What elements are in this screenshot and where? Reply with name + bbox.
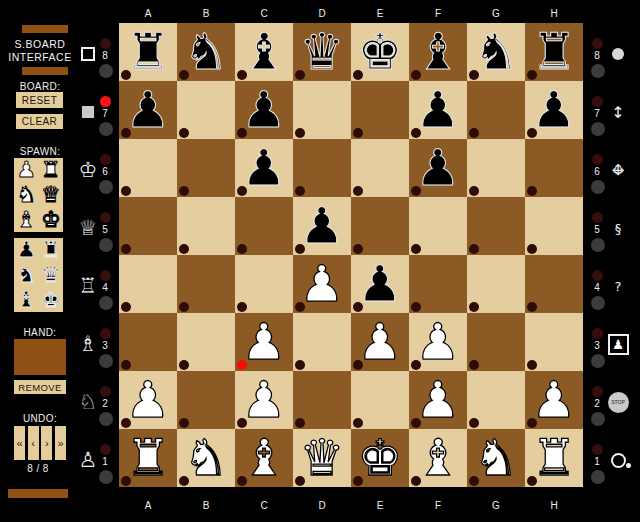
black-pawn-e4[interactable]: ♟ xyxy=(351,255,409,313)
right-led-gray-rank8 xyxy=(591,64,605,78)
white-queen-icon[interactable]: ♕ xyxy=(76,215,100,241)
right-led-red-rank7 xyxy=(592,96,603,107)
left-led-red-rank4 xyxy=(100,270,111,281)
left-led-gray-rank2 xyxy=(99,412,113,426)
sboard-app: { "game": "chess", "position": "rnbqkbnr… xyxy=(0,0,640,522)
filled-square-glyph xyxy=(82,106,94,118)
square-dot-g6 xyxy=(469,186,479,196)
square-b6[interactable] xyxy=(177,139,235,197)
spawn-section-label: SPAWN: xyxy=(2,146,78,157)
right-led-red-rank5 xyxy=(592,212,603,223)
spawn-white-rook[interactable]: ♜ xyxy=(39,158,64,183)
rank-label-left-8: 8 xyxy=(99,50,111,62)
file-label-top-b: B xyxy=(177,8,235,19)
square-e3[interactable]: ♟ xyxy=(351,313,409,371)
file-label-top-c: C xyxy=(235,8,293,19)
white-rook-a1[interactable]: ♜ xyxy=(119,429,177,487)
square-c4[interactable] xyxy=(235,255,293,313)
undo-back-button[interactable]: ‹ xyxy=(28,426,39,460)
right-led-gray-rank2 xyxy=(591,412,605,426)
spawn-white-king[interactable]: ♚ xyxy=(39,207,64,232)
spawn-white-knight[interactable]: ♞ xyxy=(14,183,39,208)
square-e1[interactable]: ♚ xyxy=(351,429,409,487)
square-dot-d2 xyxy=(295,418,305,428)
right-led-gray-rank3 xyxy=(591,354,605,368)
square-dot-d7 xyxy=(295,128,305,138)
white-pawn-f3[interactable]: ♟ xyxy=(409,313,467,371)
rank-label-right-6: 6 xyxy=(591,166,603,178)
black-rook-h8[interactable]: ♜ xyxy=(525,23,583,81)
spawn-white-pawn[interactable]: ♟ xyxy=(14,158,39,183)
redo-last-button[interactable]: » xyxy=(55,426,66,460)
square-g8[interactable]: ♞ xyxy=(467,23,525,81)
square-dot-b5 xyxy=(179,244,189,254)
empty-square-icon[interactable] xyxy=(76,41,100,67)
white-pawn-a2[interactable]: ♟ xyxy=(119,371,177,429)
panel-bottom-divider xyxy=(8,489,68,498)
circle-outline-dot xyxy=(626,463,631,468)
spawn-black-knight[interactable]: ♞ xyxy=(14,263,39,288)
square-h4[interactable] xyxy=(525,255,583,313)
square-d1[interactable]: ♛ xyxy=(293,429,351,487)
black-pawn-f7[interactable]: ♟ xyxy=(409,81,467,139)
left-led-red-rank5 xyxy=(100,212,111,223)
square-dot-e2 xyxy=(353,418,363,428)
black-knight-g8[interactable]: ♞ xyxy=(467,23,525,81)
filled-square-icon[interactable] xyxy=(76,99,100,125)
square-f4[interactable] xyxy=(409,255,467,313)
white-bishop-icon[interactable]: ♗ xyxy=(76,331,100,357)
left-led-red-rank7-active xyxy=(100,96,111,107)
square-dot-g4 xyxy=(469,302,479,312)
square-f2[interactable]: ♟ xyxy=(409,371,467,429)
white-king-glyph: ♚ xyxy=(41,209,61,231)
square-dot-b4 xyxy=(179,302,189,312)
square-e6[interactable] xyxy=(351,139,409,197)
rank-label-right-5: 5 xyxy=(591,224,603,236)
square-g2[interactable] xyxy=(467,371,525,429)
square-d2[interactable] xyxy=(293,371,351,429)
rank-label-left-7: 7 xyxy=(99,108,111,120)
square-dot-h3 xyxy=(527,360,537,370)
pawn-in-square-glyph: ♟ xyxy=(608,334,629,355)
up-down-arrow-icon[interactable]: ↕ xyxy=(604,99,632,125)
square-dot-b3 xyxy=(179,360,189,370)
square-h8[interactable]: ♜ xyxy=(525,23,583,81)
file-label-bottom-b: B xyxy=(177,500,235,511)
black-king-glyph: ♚ xyxy=(41,289,61,311)
square-d5[interactable]: ♟ xyxy=(293,197,351,255)
question-mark-icon[interactable]: ? xyxy=(604,273,632,299)
board-section-label: BOARD: xyxy=(2,81,78,92)
black-queen-glyph: ♛ xyxy=(41,264,61,286)
black-knight-b8[interactable]: ♞ xyxy=(177,23,235,81)
file-label-bottom-g: G xyxy=(467,500,525,511)
square-e8[interactable]: ♚ xyxy=(351,23,409,81)
remove-button[interactable]: REMOVE xyxy=(14,380,66,394)
spawn-white-bishop[interactable]: ♝ xyxy=(14,207,39,232)
square-d8[interactable]: ♛ xyxy=(293,23,351,81)
hand-section-label: HAND: xyxy=(2,327,78,338)
square-c6[interactable]: ♟ xyxy=(235,139,293,197)
file-label-bottom-h: H xyxy=(525,500,583,511)
square-dot-a6 xyxy=(121,186,131,196)
rank-label-left-6: 6 xyxy=(99,166,111,178)
square-g1[interactable]: ♞ xyxy=(467,429,525,487)
square-e7[interactable] xyxy=(351,81,409,139)
rank-label-right-8: 8 xyxy=(591,50,603,62)
undo-controls: «‹›» xyxy=(14,426,66,460)
left-led-gray-rank4 xyxy=(99,296,113,310)
left-led-gray-rank3 xyxy=(99,354,113,368)
panel-top-divider xyxy=(22,25,68,33)
right-led-gray-rank5 xyxy=(591,238,605,252)
square-dot-h5 xyxy=(527,244,537,254)
square-dot-e6 xyxy=(353,186,363,196)
square-b1[interactable]: ♞ xyxy=(177,429,235,487)
square-dot-g5 xyxy=(469,244,479,254)
rank-label-right-4: 4 xyxy=(591,282,603,294)
square-dot-h6 xyxy=(527,186,537,196)
white-king-e1[interactable]: ♚ xyxy=(351,429,409,487)
rank-label-left-1: 1 xyxy=(99,456,111,468)
square-f5[interactable] xyxy=(409,197,467,255)
white-bishop-c1[interactable]: ♝ xyxy=(235,429,293,487)
file-label-top-e: E xyxy=(351,8,409,19)
square-g7[interactable] xyxy=(467,81,525,139)
square-a7[interactable]: ♟ xyxy=(119,81,177,139)
white-pawn-d4[interactable]: ♟ xyxy=(293,255,351,313)
square-a8[interactable]: ♜ xyxy=(119,23,177,81)
square-d6[interactable] xyxy=(293,139,351,197)
black-rook-a8[interactable]: ♜ xyxy=(119,23,177,81)
square-dot-e7 xyxy=(353,128,363,138)
white-queen-d1[interactable]: ♛ xyxy=(293,429,351,487)
white-pawn-f2[interactable]: ♟ xyxy=(409,371,467,429)
square-f1[interactable]: ♝ xyxy=(409,429,467,487)
square-g4[interactable] xyxy=(467,255,525,313)
stop-button[interactable]: STOP xyxy=(604,389,632,415)
square-dot-g2 xyxy=(469,418,479,428)
square-c3[interactable]: ♟ xyxy=(235,313,293,371)
square-a2[interactable]: ♟ xyxy=(119,371,177,429)
right-led-red-rank8 xyxy=(592,38,603,49)
left-led-gray-rank5 xyxy=(99,238,113,252)
left-led-red-rank8 xyxy=(100,38,111,49)
square-h2[interactable]: ♟ xyxy=(525,371,583,429)
square-dot-h4 xyxy=(527,302,537,312)
black-pawn-h7[interactable]: ♟ xyxy=(525,81,583,139)
left-led-red-rank1 xyxy=(100,444,111,455)
hand-slot[interactable] xyxy=(14,339,66,375)
square-c1[interactable]: ♝ xyxy=(235,429,293,487)
spawn-black-rook[interactable]: ♜ xyxy=(39,238,64,263)
file-label-bottom-d: D xyxy=(293,500,351,511)
square-b2[interactable] xyxy=(177,371,235,429)
file-label-top-a: A xyxy=(119,8,177,19)
undo-first-button[interactable]: « xyxy=(14,426,25,460)
rank-label-right-7: 7 xyxy=(591,108,603,120)
square-g6[interactable] xyxy=(467,139,525,197)
right-led-gray-rank7 xyxy=(591,122,605,136)
four-way-arrow-icon[interactable]: ↔↕ xyxy=(604,157,632,183)
square-a1[interactable]: ♜ xyxy=(119,429,177,487)
spawn-black-king[interactable]: ♚ xyxy=(39,287,64,312)
square-dot-f4 xyxy=(411,302,421,312)
black-pawn-a7[interactable]: ♟ xyxy=(119,81,177,139)
square-dot-f5 xyxy=(411,244,421,254)
right-led-red-rank6 xyxy=(592,154,603,165)
black-bishop-f8[interactable]: ♝ xyxy=(409,23,467,81)
black-pawn-d5[interactable]: ♟ xyxy=(293,197,351,255)
rank-label-left-4: 4 xyxy=(99,282,111,294)
white-knight-icon[interactable]: ♘ xyxy=(76,389,100,415)
square-a4[interactable] xyxy=(119,255,177,313)
square-dot-b7 xyxy=(179,128,189,138)
square-e4[interactable]: ♟ xyxy=(351,255,409,313)
square-f3[interactable]: ♟ xyxy=(409,313,467,371)
right-led-red-rank4 xyxy=(592,270,603,281)
white-knight-b1[interactable]: ♞ xyxy=(177,429,235,487)
black-bishop-c8[interactable]: ♝ xyxy=(235,23,293,81)
square-a3[interactable] xyxy=(119,313,177,371)
square-dot-a3 xyxy=(121,360,131,370)
circle-outline-glyph xyxy=(611,453,626,468)
square-f8[interactable]: ♝ xyxy=(409,23,467,81)
file-label-bottom-e: E xyxy=(351,500,409,511)
square-d7[interactable] xyxy=(293,81,351,139)
section-sign-icon[interactable]: § xyxy=(604,215,632,241)
left-led-gray-rank1 xyxy=(99,470,113,484)
right-led-gray-rank6 xyxy=(591,180,605,194)
square-f7[interactable]: ♟ xyxy=(409,81,467,139)
left-led-gray-rank6 xyxy=(99,180,113,194)
file-label-top-d: D xyxy=(293,8,351,19)
spawn-black-pawn[interactable]: ♟ xyxy=(14,238,39,263)
square-c5[interactable] xyxy=(235,197,293,255)
file-label-top-g: G xyxy=(467,8,525,19)
square-b8[interactable]: ♞ xyxy=(177,23,235,81)
white-pawn-c2[interactable]: ♟ xyxy=(235,371,293,429)
white-knight-g1[interactable]: ♞ xyxy=(467,429,525,487)
right-led-gray-rank4 xyxy=(591,296,605,310)
white-pawn-h2[interactable]: ♟ xyxy=(525,371,583,429)
square-d4[interactable]: ♟ xyxy=(293,255,351,313)
rank-label-left-3: 3 xyxy=(99,340,111,352)
rank-label-left-5: 5 xyxy=(99,224,111,236)
black-knight-glyph: ♞ xyxy=(16,264,36,286)
square-e2[interactable] xyxy=(351,371,409,429)
square-f6[interactable]: ♟ xyxy=(409,139,467,197)
white-pawn-glyph: ♟ xyxy=(16,159,36,181)
square-g5[interactable] xyxy=(467,197,525,255)
spawn-white-queen[interactable]: ♛ xyxy=(39,183,64,208)
right-led-gray-rank1 xyxy=(591,470,605,484)
square-h3[interactable] xyxy=(525,313,583,371)
file-label-bottom-c: C xyxy=(235,500,293,511)
file-label-top-f: F xyxy=(409,8,467,19)
white-pawn-c3[interactable]: ♟ xyxy=(235,313,293,371)
square-b4[interactable] xyxy=(177,255,235,313)
square-d3[interactable] xyxy=(293,313,351,371)
square-dot-g7 xyxy=(469,128,479,138)
rank-label-right-1: 1 xyxy=(591,456,603,468)
left-led-gray-rank7 xyxy=(99,122,113,136)
filled-circle-glyph xyxy=(612,48,624,60)
square-g3[interactable] xyxy=(467,313,525,371)
left-led-red-rank3 xyxy=(100,328,111,339)
file-label-top-h: H xyxy=(525,8,583,19)
square-dot-e5 xyxy=(353,244,363,254)
square-c8[interactable]: ♝ xyxy=(235,23,293,81)
right-led-red-rank2 xyxy=(592,386,603,397)
left-led-red-rank6 xyxy=(100,154,111,165)
square-a6[interactable] xyxy=(119,139,177,197)
redo-forward-button[interactable]: › xyxy=(41,426,52,460)
black-king-e8[interactable]: ♚ xyxy=(351,23,409,81)
rank-label-right-2: 2 xyxy=(591,398,603,410)
square-dot-d6 xyxy=(295,186,305,196)
spawn-palette-white: ♟♜♞♛♝♚ xyxy=(14,158,63,232)
square-h1[interactable]: ♜ xyxy=(525,429,583,487)
spawn-black-queen[interactable]: ♛ xyxy=(39,263,64,288)
square-h6[interactable] xyxy=(525,139,583,197)
reset-button[interactable]: RESET xyxy=(16,92,63,108)
white-rook-h1[interactable]: ♜ xyxy=(525,429,583,487)
right-led-red-rank3 xyxy=(592,328,603,339)
stop-button-glyph: STOP xyxy=(608,392,629,413)
square-dot-a5 xyxy=(121,244,131,254)
square-dot-g3 xyxy=(469,360,479,370)
rank-label-right-3: 3 xyxy=(591,340,603,352)
square-e5[interactable] xyxy=(351,197,409,255)
black-pawn-glyph: ♟ xyxy=(16,239,36,261)
clear-button[interactable]: CLEAR xyxy=(16,114,63,129)
square-dot-b6 xyxy=(179,186,189,196)
black-pawn-f6[interactable]: ♟ xyxy=(409,139,467,197)
white-bishop-glyph: ♝ xyxy=(16,209,36,231)
white-knight-glyph: ♞ xyxy=(16,184,36,206)
chess-board: ♜♞♝♛♚♝♞♜♟♟♟♟♟♟♟♟♟♟♟♟♟♟♟♟♜♞♝♛♚♝♞♜ xyxy=(119,23,583,487)
left-led-red-rank2 xyxy=(100,386,111,397)
right-led-red-rank1 xyxy=(592,444,603,455)
square-h5[interactable] xyxy=(525,197,583,255)
filled-circle-icon[interactable] xyxy=(604,41,632,67)
square-dot-d3 xyxy=(295,360,305,370)
square-c2[interactable]: ♟ xyxy=(235,371,293,429)
app-title-line1: S.BOARD xyxy=(2,38,78,51)
black-bishop-glyph: ♝ xyxy=(16,289,36,311)
white-rook-icon[interactable]: ♖ xyxy=(76,273,100,299)
white-pawn-icon[interactable]: ♙ xyxy=(76,447,100,473)
square-b3[interactable] xyxy=(177,313,235,371)
spawn-black-bishop[interactable]: ♝ xyxy=(14,287,39,312)
square-b7[interactable] xyxy=(177,81,235,139)
undo-counter: 8 / 8 xyxy=(2,463,74,474)
black-pawn-c6[interactable]: ♟ xyxy=(235,139,293,197)
white-bishop-f1[interactable]: ♝ xyxy=(409,429,467,487)
file-label-bottom-f: F xyxy=(409,500,467,511)
black-queen-d8[interactable]: ♛ xyxy=(293,23,351,81)
panel-title-divider xyxy=(22,67,68,75)
empty-square-glyph xyxy=(81,47,95,61)
square-b5[interactable] xyxy=(177,197,235,255)
undo-section-label: UNDO: xyxy=(2,413,78,424)
rank-label-left-2: 2 xyxy=(99,398,111,410)
circle-outline-icon[interactable] xyxy=(604,447,632,473)
pawn-in-square-icon[interactable]: ♟ xyxy=(604,331,632,357)
square-dot-b2 xyxy=(179,418,189,428)
white-rook-glyph: ♜ xyxy=(41,159,61,181)
square-a5[interactable] xyxy=(119,197,177,255)
app-title-line2: INTERFACE xyxy=(2,51,78,64)
square-dot-c5 xyxy=(237,244,247,254)
white-queen-glyph: ♛ xyxy=(41,184,61,206)
black-rook-glyph: ♜ xyxy=(41,239,61,261)
black-pawn-c7[interactable]: ♟ xyxy=(235,81,293,139)
square-dot-a4 xyxy=(121,302,131,312)
square-c7[interactable]: ♟ xyxy=(235,81,293,139)
spawn-palette-black: ♟♜♞♛♝♚ xyxy=(14,238,63,312)
white-pawn-e3[interactable]: ♟ xyxy=(351,313,409,371)
left-led-gray-rank8 xyxy=(99,64,113,78)
square-dot-c4 xyxy=(237,302,247,312)
square-h7[interactable]: ♟ xyxy=(525,81,583,139)
file-label-bottom-a: A xyxy=(119,500,177,511)
four-way-arrow-glyph: ↔↕ xyxy=(608,160,628,180)
white-king-icon[interactable]: ♔ xyxy=(76,157,100,183)
